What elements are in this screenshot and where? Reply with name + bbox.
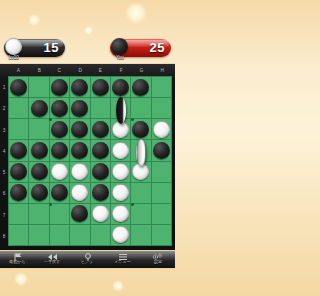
cell-A5[interactable] bbox=[9, 162, 28, 182]
cell-G2[interactable] bbox=[131, 98, 150, 118]
cell-A2[interactable] bbox=[9, 98, 28, 118]
cell-F5[interactable] bbox=[111, 162, 130, 182]
black-disc bbox=[51, 121, 68, 138]
cell-B5[interactable] bbox=[29, 162, 48, 182]
board-guide-dot bbox=[49, 203, 52, 206]
menu-label: メニュー bbox=[114, 260, 131, 264]
row-label-1: 1 bbox=[1, 78, 7, 95]
cell-H4[interactable] bbox=[152, 140, 171, 160]
cell-G3[interactable] bbox=[131, 119, 150, 139]
white-disc bbox=[112, 226, 129, 243]
white-disc bbox=[71, 184, 88, 201]
cell-A7[interactable] bbox=[9, 204, 28, 224]
cell-H3[interactable] bbox=[152, 119, 171, 139]
cell-G8[interactable] bbox=[131, 225, 150, 245]
black-disc bbox=[92, 121, 109, 138]
cell-F8[interactable] bbox=[111, 225, 130, 245]
cell-A4[interactable] bbox=[9, 140, 28, 160]
settings-label: 設定 bbox=[153, 260, 161, 264]
column-label-C: C bbox=[51, 66, 67, 75]
black-disc bbox=[51, 142, 68, 159]
black-disc bbox=[92, 142, 109, 159]
hint-button[interactable]: ヒント bbox=[70, 251, 105, 268]
cell-E8[interactable] bbox=[91, 225, 110, 245]
white-disc bbox=[112, 163, 129, 180]
white-disc bbox=[112, 205, 129, 222]
cell-G6[interactable] bbox=[131, 183, 150, 203]
row-label-8: 8 bbox=[1, 227, 7, 244]
cell-A6[interactable] bbox=[9, 183, 28, 203]
cell-B3[interactable] bbox=[29, 119, 48, 139]
row-label-7: 7 bbox=[1, 206, 7, 223]
cell-B6[interactable] bbox=[29, 183, 48, 203]
row-label-5: 5 bbox=[1, 163, 7, 180]
cell-C5[interactable] bbox=[50, 162, 69, 182]
cell-E1[interactable] bbox=[91, 77, 110, 97]
white-disc-icon bbox=[5, 38, 22, 55]
cell-B7[interactable] bbox=[29, 204, 48, 224]
black-disc bbox=[71, 142, 88, 159]
black-disc bbox=[51, 79, 68, 96]
black-disc bbox=[31, 184, 48, 201]
black-disc bbox=[31, 163, 48, 180]
black-disc bbox=[10, 163, 27, 180]
cell-F6[interactable] bbox=[111, 183, 130, 203]
column-label-E: E bbox=[92, 66, 108, 75]
cell-C4[interactable] bbox=[50, 140, 69, 160]
row-label-3: 3 bbox=[1, 121, 7, 138]
player-name-right: You bbox=[113, 56, 128, 61]
black-disc bbox=[10, 79, 27, 96]
black-disc bbox=[31, 100, 48, 117]
black-disc bbox=[92, 184, 109, 201]
sparkle-decoration bbox=[112, 280, 124, 292]
sparkle-decoration bbox=[125, 2, 147, 24]
column-label-G: G bbox=[133, 66, 149, 75]
cell-E4[interactable] bbox=[91, 140, 110, 160]
cell-E5[interactable] bbox=[91, 162, 110, 182]
column-labels: ABCDEFGH bbox=[8, 65, 172, 76]
cell-B2[interactable] bbox=[29, 98, 48, 118]
black-score: 25 bbox=[150, 40, 165, 55]
cell-H7[interactable] bbox=[152, 204, 171, 224]
cell-E6[interactable] bbox=[91, 183, 110, 203]
cell-A3[interactable] bbox=[9, 119, 28, 139]
cell-F2[interactable] bbox=[111, 98, 130, 118]
black-disc bbox=[132, 121, 149, 138]
cell-H5[interactable] bbox=[152, 162, 171, 182]
board-grid bbox=[8, 76, 172, 246]
restart-button[interactable]: 最初から bbox=[0, 251, 35, 268]
column-label-F: F bbox=[113, 66, 129, 75]
restart-label: 最初から bbox=[9, 260, 26, 264]
board-guide-dot bbox=[49, 118, 52, 121]
cell-D2[interactable] bbox=[70, 98, 89, 118]
cell-D7[interactable] bbox=[70, 204, 89, 224]
cell-C7[interactable] bbox=[50, 204, 69, 224]
black-disc bbox=[10, 142, 27, 159]
sparkle-decoration bbox=[28, 14, 40, 26]
score-pill-black-player: You 25 bbox=[110, 39, 171, 57]
black-disc bbox=[10, 184, 27, 201]
cell-D5[interactable] bbox=[70, 162, 89, 182]
cell-C1[interactable] bbox=[50, 77, 69, 97]
menu-button[interactable]: メニュー bbox=[105, 251, 140, 268]
cell-B1[interactable] bbox=[29, 77, 48, 97]
cell-F4[interactable] bbox=[111, 140, 130, 160]
board-guide-dot bbox=[131, 203, 134, 206]
cell-C8[interactable] bbox=[50, 225, 69, 245]
settings-button[interactable]: 設定 bbox=[140, 251, 175, 268]
white-disc bbox=[51, 163, 68, 180]
black-disc bbox=[71, 100, 88, 117]
white-disc bbox=[92, 205, 109, 222]
cell-C3[interactable] bbox=[50, 119, 69, 139]
cell-C2[interactable] bbox=[50, 98, 69, 118]
row-label-2: 2 bbox=[1, 99, 7, 116]
sparkle-decoration bbox=[84, 26, 93, 35]
cell-H1[interactable] bbox=[152, 77, 171, 97]
black-disc bbox=[132, 79, 149, 96]
black-disc-icon bbox=[111, 38, 128, 55]
othello-board: ABCDEFGH 12345678 bbox=[0, 63, 175, 251]
cell-G4[interactable] bbox=[131, 140, 150, 160]
cell-H6[interactable] bbox=[152, 183, 171, 203]
cell-H8[interactable] bbox=[152, 225, 171, 245]
bottom-toolbar: 最初から 一手戻す ヒント メニュー 設定 bbox=[0, 251, 175, 268]
undo-label: 一手戻す bbox=[44, 260, 60, 264]
cell-D1[interactable] bbox=[70, 77, 89, 97]
white-score: 15 bbox=[44, 40, 59, 55]
black-disc bbox=[31, 142, 48, 159]
cell-E3[interactable] bbox=[91, 119, 110, 139]
white-disc bbox=[112, 142, 129, 159]
column-label-B: B bbox=[31, 66, 47, 75]
cell-E2[interactable] bbox=[91, 98, 110, 118]
black-disc bbox=[71, 79, 88, 96]
board-guide-dot bbox=[131, 118, 134, 121]
score-pill-white-player: Lv10 15 bbox=[4, 39, 65, 57]
black-disc bbox=[51, 100, 68, 117]
cell-G7[interactable] bbox=[131, 204, 150, 224]
black-disc bbox=[112, 79, 129, 96]
cell-B4[interactable] bbox=[29, 140, 48, 160]
black-disc bbox=[92, 163, 109, 180]
hint-label: ヒント bbox=[81, 260, 94, 264]
black-disc bbox=[51, 184, 68, 201]
cell-G1[interactable] bbox=[131, 77, 150, 97]
row-label-4: 4 bbox=[1, 142, 7, 159]
cell-F1[interactable] bbox=[111, 77, 130, 97]
column-label-H: H bbox=[154, 66, 170, 75]
flipping-disc-black-face bbox=[116, 97, 126, 124]
cell-H2[interactable] bbox=[152, 98, 171, 118]
column-label-A: A bbox=[10, 66, 26, 75]
cell-D6[interactable] bbox=[70, 183, 89, 203]
white-disc bbox=[112, 184, 129, 201]
white-disc bbox=[153, 121, 170, 138]
black-disc bbox=[92, 79, 109, 96]
cell-F7[interactable] bbox=[111, 204, 130, 224]
black-disc bbox=[153, 142, 170, 159]
cell-D4[interactable] bbox=[70, 140, 89, 160]
undo-move-button[interactable]: 一手戻す bbox=[35, 251, 70, 268]
row-label-6: 6 bbox=[1, 184, 7, 201]
cell-A1[interactable] bbox=[9, 77, 28, 97]
sparkle-decoration bbox=[14, 272, 28, 286]
cell-B8[interactable] bbox=[29, 225, 48, 245]
cell-D8[interactable] bbox=[70, 225, 89, 245]
cell-D3[interactable] bbox=[70, 119, 89, 139]
cell-C6[interactable] bbox=[50, 183, 69, 203]
white-disc bbox=[71, 163, 88, 180]
cell-A8[interactable] bbox=[9, 225, 28, 245]
cell-E7[interactable] bbox=[91, 204, 110, 224]
black-disc bbox=[71, 205, 88, 222]
black-disc bbox=[71, 121, 88, 138]
column-label-D: D bbox=[72, 66, 88, 75]
player-name-left: Lv10 bbox=[7, 56, 22, 61]
row-labels: 12345678 bbox=[0, 76, 8, 246]
